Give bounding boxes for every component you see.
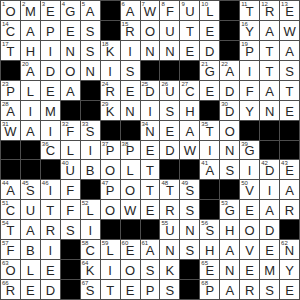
cell-letter: C: [1, 204, 20, 219]
cell-r12c11[interactable]: 56S: [200, 220, 220, 240]
cell-letter: F: [240, 85, 259, 100]
cell-r2c1[interactable]: 14C: [1, 21, 21, 41]
cell-letter: E: [240, 204, 259, 219]
cell-r7c4[interactable]: 32F: [61, 121, 81, 141]
black-cell-r4c8: [141, 61, 161, 81]
black-cell-r7c15: [280, 121, 300, 141]
cell-r14c12[interactable]: N: [220, 260, 240, 280]
cell-letter: Y: [240, 25, 259, 40]
cell-r4c7[interactable]: S: [121, 61, 141, 81]
cell-r8c10[interactable]: W: [180, 141, 200, 161]
cell-letter: M: [21, 5, 40, 20]
cell-r6c10[interactable]: H: [180, 101, 200, 121]
cell-r5c2[interactable]: L: [21, 81, 41, 101]
cell-r4c13[interactable]: I: [240, 61, 260, 81]
cell-letter: N: [160, 244, 179, 259]
cell-r9c4[interactable]: 40U: [61, 160, 81, 180]
cell-r13c2[interactable]: B: [21, 240, 41, 260]
cell-letter: I: [141, 105, 160, 120]
cell-r1c3[interactable]: 3E: [41, 1, 61, 21]
cell-letter: E: [61, 25, 80, 40]
cell-letter: E: [280, 5, 299, 20]
cell-r15c2[interactable]: E: [21, 280, 41, 300]
cell-r13c9[interactable]: N: [160, 240, 180, 260]
cell-letter: K: [101, 45, 120, 60]
cell-r11c13[interactable]: E: [240, 200, 260, 220]
cell-r14c15[interactable]: Y: [280, 260, 300, 280]
cell-letter: A: [141, 244, 160, 259]
cell-letter: V: [240, 184, 259, 199]
cell-r10c10[interactable]: 49S: [180, 180, 200, 200]
cell-r6c2[interactable]: I: [21, 101, 41, 121]
cell-r15c14[interactable]: S: [260, 280, 280, 300]
cell-letter: N: [180, 224, 199, 239]
cell-letter: A: [1, 105, 20, 120]
cell-r5c8[interactable]: 25D: [141, 81, 161, 101]
cell-r7c1[interactable]: 31W: [1, 121, 21, 141]
cell-r8c12[interactable]: N: [220, 141, 240, 161]
cell-letter: I: [101, 65, 120, 80]
cell-r3c9[interactable]: N: [160, 41, 180, 61]
cell-r5c3[interactable]: E: [41, 81, 61, 101]
cell-r13c6[interactable]: 59L: [101, 240, 121, 260]
cell-r8c5[interactable]: I: [81, 141, 101, 161]
cell-r13c11[interactable]: H: [200, 240, 220, 260]
cell-r9c7[interactable]: L: [121, 160, 141, 180]
clue-number-44: 44: [2, 180, 9, 186]
cell-r10c2[interactable]: 45S: [21, 180, 41, 200]
cell-r14c2[interactable]: L: [21, 260, 41, 280]
cell-r5c1[interactable]: 23P: [1, 81, 21, 101]
clue-number-12: 12: [261, 1, 268, 7]
cell-letter: O: [240, 224, 259, 239]
cell-r6c6[interactable]: 29K: [101, 101, 121, 121]
cell-r2c8[interactable]: O: [141, 21, 161, 41]
cell-r11c15[interactable]: R: [280, 200, 300, 220]
cell-letter: N: [81, 65, 100, 80]
cell-letter: N: [220, 264, 239, 279]
cell-r12c1[interactable]: 54T: [1, 220, 21, 240]
cell-r10c6[interactable]: 47P: [101, 180, 121, 200]
cell-r13c8[interactable]: 61A: [141, 240, 161, 260]
cell-r9c5[interactable]: B: [81, 160, 101, 180]
cell-r3c10[interactable]: E: [180, 41, 200, 61]
cell-r1c10[interactable]: 9U: [180, 1, 200, 21]
cell-r12c10[interactable]: N: [180, 220, 200, 240]
cell-r15c12[interactable]: A: [220, 280, 240, 300]
cell-r12c2[interactable]: A: [21, 220, 41, 240]
cell-letter: E: [280, 284, 299, 299]
cell-r6c7[interactable]: N: [121, 101, 141, 121]
cell-r12c9[interactable]: 55U: [160, 220, 180, 240]
cell-r11c8[interactable]: E: [141, 200, 161, 220]
cell-r12c3[interactable]: R: [41, 220, 61, 240]
cell-letter: E: [240, 264, 259, 279]
cell-r15c1[interactable]: 66R: [1, 280, 21, 300]
cell-r13c3[interactable]: I: [41, 240, 61, 260]
cell-r15c6[interactable]: T: [101, 280, 121, 300]
cell-r3c8[interactable]: N: [141, 41, 161, 61]
cell-r11c6[interactable]: O: [101, 200, 121, 220]
cell-r11c9[interactable]: R: [160, 200, 180, 220]
cell-letter: U: [160, 85, 179, 100]
cell-r15c9[interactable]: S: [160, 280, 180, 300]
cell-r13c13[interactable]: V: [240, 240, 260, 260]
cell-letter: T: [260, 45, 279, 60]
cell-r5c6[interactable]: 24R: [101, 81, 121, 101]
black-cell-r8c2: [21, 141, 41, 161]
clue-number-5: 5: [82, 1, 85, 7]
black-cell-r5c5: [81, 81, 101, 101]
cell-letter: P: [200, 284, 219, 299]
cell-letter: L: [21, 264, 40, 279]
cell-r11c1[interactable]: 51C: [1, 200, 21, 220]
cell-r14c8[interactable]: S: [141, 260, 161, 280]
cell-r9c13[interactable]: I: [240, 160, 260, 180]
cell-r7c10[interactable]: A: [180, 121, 200, 141]
cell-r1c14[interactable]: 12R: [260, 1, 280, 21]
black-cell-r4c1: [1, 61, 21, 81]
cell-r10c3[interactable]: 46I: [41, 180, 61, 200]
cell-letter: S: [121, 65, 140, 80]
cell-r12c4[interactable]: S: [61, 220, 81, 240]
cell-r11c10[interactable]: S: [180, 200, 200, 220]
cell-r11c2[interactable]: U: [21, 200, 41, 220]
cell-r4c6[interactable]: I: [101, 61, 121, 81]
cell-r5c11[interactable]: E: [200, 81, 220, 101]
cell-r15c7[interactable]: E: [121, 280, 141, 300]
clue-number-27: 27: [181, 81, 188, 87]
cell-r2c2[interactable]: A: [21, 21, 41, 41]
cell-r14c6[interactable]: I: [101, 260, 121, 280]
cell-r5c9[interactable]: 26U: [160, 81, 180, 101]
cell-r8c11[interactable]: I: [200, 141, 220, 161]
clue-number-8: 8: [161, 1, 164, 7]
cell-r1c5[interactable]: 5A: [81, 1, 101, 21]
cell-letter: N: [121, 105, 140, 120]
cell-letter: S: [141, 264, 160, 279]
cell-letter: E: [280, 105, 299, 120]
black-cell-r12c8: [141, 220, 161, 240]
cell-r1c11[interactable]: 10L: [200, 1, 220, 21]
black-cell-r6c4: [61, 101, 81, 121]
clue-number-68: 68: [201, 280, 208, 286]
clue-number-31: 31: [2, 121, 9, 127]
cell-r4c11[interactable]: 21G: [200, 61, 220, 81]
cell-r5c7[interactable]: E: [121, 81, 141, 101]
clue-number-6: 6: [122, 1, 125, 7]
cell-r3c15[interactable]: A: [280, 41, 300, 61]
cell-letter: A: [220, 65, 239, 80]
cell-letter: H: [200, 244, 219, 259]
cell-letter: R: [101, 85, 120, 100]
cell-r10c13[interactable]: 50V: [240, 180, 260, 200]
clue-number-17: 17: [2, 41, 9, 47]
cell-r9c11[interactable]: 41A: [200, 160, 220, 180]
cell-r2c4[interactable]: E: [61, 21, 81, 41]
cell-r15c13[interactable]: R: [240, 280, 260, 300]
cell-r1c7[interactable]: 6A: [121, 1, 141, 21]
cell-r3c6[interactable]: 18K: [101, 41, 121, 61]
cell-r10c9[interactable]: 48T: [160, 180, 180, 200]
cell-r7c11[interactable]: 35T: [200, 121, 220, 141]
cell-letter: T: [200, 125, 219, 140]
cell-r6c14[interactable]: N: [260, 101, 280, 121]
cell-r11c14[interactable]: A: [260, 200, 280, 220]
clue-number-23: 23: [2, 81, 9, 87]
black-cell-r7c6: [101, 121, 121, 141]
cell-r14c7[interactable]: O: [121, 260, 141, 280]
black-cell-r8c1: [1, 141, 21, 161]
cell-r2c11[interactable]: E: [200, 21, 220, 41]
cell-r3c1[interactable]: 17T: [1, 41, 21, 61]
cell-r8c3[interactable]: 36C: [41, 141, 61, 161]
cell-letter: E: [280, 164, 299, 179]
black-cell-r7c13: [240, 121, 260, 141]
clue-number-4: 4: [62, 1, 65, 7]
cell-letter: O: [220, 125, 239, 140]
cell-letter: A: [21, 25, 40, 40]
cell-letter: P: [240, 45, 259, 60]
cell-letter: E: [141, 204, 160, 219]
cell-letter: P: [121, 144, 140, 159]
cell-r8c8[interactable]: E: [141, 141, 161, 161]
cell-r1c8[interactable]: 7W: [141, 1, 161, 21]
cell-r2c5[interactable]: S: [81, 21, 101, 41]
cell-letter: O: [101, 164, 120, 179]
cell-r2c9[interactable]: U: [160, 21, 180, 41]
cell-r14c13[interactable]: E: [240, 260, 260, 280]
clue-number-19: 19: [241, 41, 248, 47]
cell-r4c2[interactable]: 20A: [21, 61, 41, 81]
cell-r6c3[interactable]: M: [41, 101, 61, 121]
black-cell-r3c12: [220, 41, 240, 61]
cell-r15c5[interactable]: 67S: [81, 280, 101, 300]
cell-r3c7[interactable]: I: [121, 41, 141, 61]
black-cell-r9c10: [180, 160, 200, 180]
cell-r10c4[interactable]: F: [61, 180, 81, 200]
clue-number-65: 65: [201, 260, 208, 266]
cell-r1c1[interactable]: 1O: [1, 1, 21, 21]
black-cell-r9c3: [41, 160, 61, 180]
cell-r4c15[interactable]: S: [280, 61, 300, 81]
cell-r7c8[interactable]: 34N: [141, 121, 161, 141]
cell-r10c8[interactable]: T: [141, 180, 161, 200]
cell-letter: M: [260, 264, 279, 279]
cell-r3c14[interactable]: T: [260, 41, 280, 61]
cell-r1c15[interactable]: 13E: [280, 1, 300, 21]
clue-number-55: 55: [161, 220, 168, 226]
cell-r9c6[interactable]: O: [101, 160, 121, 180]
cell-r8c6[interactable]: 37P: [101, 141, 121, 161]
cell-r11c4[interactable]: F: [61, 200, 81, 220]
cell-r14c9[interactable]: K: [160, 260, 180, 280]
cell-r9c12[interactable]: S: [220, 160, 240, 180]
cell-r14c11[interactable]: 65E: [200, 260, 220, 280]
cell-r9c15[interactable]: 43E: [280, 160, 300, 180]
cell-r6c8[interactable]: I: [141, 101, 161, 121]
cell-letter: D: [260, 164, 279, 179]
cell-r9c14[interactable]: 42D: [260, 160, 280, 180]
cell-r10c7[interactable]: O: [121, 180, 141, 200]
cell-letter: G: [200, 65, 219, 80]
cell-r12c14[interactable]: D: [260, 220, 280, 240]
clue-number-61: 61: [142, 240, 149, 246]
cell-r3c4[interactable]: N: [61, 41, 81, 61]
cell-r7c12[interactable]: O: [220, 121, 240, 141]
cell-r1c9[interactable]: 8F: [160, 1, 180, 21]
cell-r14c3[interactable]: E: [41, 260, 61, 280]
black-cell-r6c5: [81, 101, 101, 121]
cell-letter: O: [61, 65, 80, 80]
clue-number-37: 37: [102, 141, 109, 147]
cell-r11c7[interactable]: W: [121, 200, 141, 220]
cell-r10c1[interactable]: 44A: [1, 180, 21, 200]
cell-letter: T: [280, 85, 299, 100]
cell-r2c14[interactable]: A: [260, 21, 280, 41]
cell-r7c9[interactable]: E: [160, 121, 180, 141]
cell-r5c10[interactable]: 27C: [180, 81, 200, 101]
cell-r5c4[interactable]: A: [61, 81, 81, 101]
clue-number-34: 34: [142, 121, 149, 127]
cell-r12c13[interactable]: O: [240, 220, 260, 240]
cell-r14c1[interactable]: 63O: [1, 260, 21, 280]
cell-letter: S: [81, 125, 100, 140]
cell-r3c2[interactable]: H: [21, 41, 41, 61]
cell-letter: F: [61, 204, 80, 219]
clue-number-26: 26: [161, 81, 168, 87]
cell-r6c1[interactable]: 28A: [1, 101, 21, 121]
cell-r1c4[interactable]: 4G: [61, 1, 81, 21]
clue-number-20: 20: [22, 61, 29, 67]
cell-r8c4[interactable]: L: [61, 141, 81, 161]
cell-letter: D: [220, 85, 239, 100]
cell-r3c13[interactable]: 19P: [240, 41, 260, 61]
cell-r2c7[interactable]: 15R: [121, 21, 141, 41]
cell-r11c5[interactable]: 52L: [81, 200, 101, 220]
black-cell-r14c4: [61, 260, 81, 280]
cell-letter: B: [81, 164, 100, 179]
cell-r2c15[interactable]: W: [280, 21, 300, 41]
cell-r15c3[interactable]: D: [41, 280, 61, 300]
cell-r13c14[interactable]: E: [260, 240, 280, 260]
cell-r14c14[interactable]: M: [260, 260, 280, 280]
cell-r10c15[interactable]: A: [280, 180, 300, 200]
cell-letter: I: [81, 224, 100, 239]
cell-r12c5[interactable]: I: [81, 220, 101, 240]
cell-r3c11[interactable]: D: [200, 41, 220, 61]
cell-letter: D: [41, 284, 60, 299]
cell-r2c13[interactable]: 16Y: [240, 21, 260, 41]
cell-r14c5[interactable]: 64K: [81, 260, 101, 280]
clue-number-42: 42: [261, 160, 268, 166]
clue-number-30: 30: [221, 101, 228, 107]
cell-r5c14[interactable]: A: [260, 81, 280, 101]
clue-number-14: 14: [2, 21, 9, 27]
cell-r7c3[interactable]: I: [41, 121, 61, 141]
cell-letter: D: [141, 85, 160, 100]
cell-letter: P: [1, 85, 20, 100]
cell-letter: A: [21, 224, 40, 239]
cell-letter: Y: [280, 264, 299, 279]
cell-letter: E: [121, 85, 140, 100]
cell-r13c5[interactable]: 58C: [81, 240, 101, 260]
cell-r12c12[interactable]: H: [220, 220, 240, 240]
cell-r5c15[interactable]: T: [280, 81, 300, 101]
cell-r6c12[interactable]: 30D: [220, 101, 240, 121]
black-cell-r10c12: [220, 180, 240, 200]
clue-number-32: 32: [62, 121, 69, 127]
cell-r8c7[interactable]: 38P: [121, 141, 141, 161]
cell-r13c15[interactable]: 62N: [280, 240, 300, 260]
cell-letter: R: [1, 284, 20, 299]
cell-r15c11[interactable]: 68P: [200, 280, 220, 300]
black-cell-r10c5: [81, 180, 101, 200]
cell-r13c12[interactable]: A: [220, 240, 240, 260]
cell-r11c3[interactable]: T: [41, 200, 61, 220]
cell-r3c5[interactable]: S: [81, 41, 101, 61]
clue-number-64: 64: [82, 260, 89, 266]
cell-r4c4[interactable]: O: [61, 61, 81, 81]
cell-letter: D: [41, 65, 60, 80]
cell-r15c8[interactable]: P: [141, 280, 161, 300]
cell-r9c8[interactable]: T: [141, 160, 161, 180]
cell-r4c3[interactable]: D: [41, 61, 61, 81]
cell-r8c13[interactable]: 39G: [240, 141, 260, 161]
cell-r7c2[interactable]: A: [21, 121, 41, 141]
cell-r5c13[interactable]: F: [240, 81, 260, 101]
cell-r6c13[interactable]: Y: [240, 101, 260, 121]
cell-letter: E: [121, 284, 140, 299]
cell-letter: N: [61, 45, 80, 60]
cell-r3c3[interactable]: I: [41, 41, 61, 61]
cell-r10c14[interactable]: I: [260, 180, 280, 200]
cell-r4c5[interactable]: N: [81, 61, 101, 81]
cell-r13c10[interactable]: S: [180, 240, 200, 260]
black-cell-r4c9: [160, 61, 180, 81]
cell-letter: E: [160, 125, 179, 140]
cell-r6c15[interactable]: E: [280, 101, 300, 121]
cell-r2c10[interactable]: T: [180, 21, 200, 41]
cell-r13c1[interactable]: 57F: [1, 240, 21, 260]
cell-r4c14[interactable]: T: [260, 61, 280, 81]
cell-r15c15[interactable]: E: [280, 280, 300, 300]
cell-letter: V: [240, 244, 259, 259]
clue-number-35: 35: [201, 121, 208, 127]
black-cell-r1c12: [220, 1, 240, 21]
cell-letter: A: [61, 85, 80, 100]
clue-number-36: 36: [42, 141, 49, 147]
cell-letter: T: [260, 65, 279, 80]
cell-r4c12[interactable]: 22A: [220, 61, 240, 81]
cell-r11c12[interactable]: 53G: [220, 200, 240, 220]
cell-r5c12[interactable]: D: [220, 81, 240, 101]
cell-r8c9[interactable]: D: [160, 141, 180, 161]
black-cell-r13c4: [61, 240, 81, 260]
cell-letter: D: [220, 105, 239, 120]
cell-letter: I: [240, 164, 259, 179]
cell-letter: U: [61, 164, 80, 179]
cell-r2c3[interactable]: P: [41, 21, 61, 41]
cell-r6c9[interactable]: S: [160, 101, 180, 121]
cell-r1c2[interactable]: 2M: [21, 1, 41, 21]
cell-r7c5[interactable]: 33S: [81, 121, 101, 141]
clue-number-43: 43: [281, 160, 288, 166]
cell-letter: L: [21, 85, 40, 100]
cell-r13c7[interactable]: 60E: [121, 240, 141, 260]
cell-r1c13[interactable]: 11T: [240, 1, 260, 21]
clue-number-47: 47: [102, 180, 109, 186]
